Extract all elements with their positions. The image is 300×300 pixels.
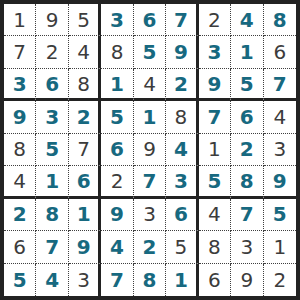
cell-r7c6[interactable]: 6	[166, 199, 198, 231]
cell-r6c9[interactable]: 9	[264, 166, 296, 198]
cell-r9c3[interactable]: 3	[69, 264, 101, 296]
cell-r8c5[interactable]: 2	[134, 231, 166, 263]
cell-r2c4[interactable]: 8	[101, 36, 133, 68]
cell-r6c4[interactable]: 2	[101, 166, 133, 198]
cell-r2c1[interactable]: 7	[4, 36, 36, 68]
cell-r2c6[interactable]: 9	[166, 36, 198, 68]
cell-r9c1[interactable]: 5	[4, 264, 36, 296]
cell-r5c3[interactable]: 7	[69, 134, 101, 166]
cell-r3c8[interactable]: 5	[231, 69, 263, 101]
cell-r2c2[interactable]: 2	[36, 36, 68, 68]
cell-r2c5[interactable]: 5	[134, 36, 166, 68]
cell-r3c9[interactable]: 7	[264, 69, 296, 101]
cell-r5c9[interactable]: 3	[264, 134, 296, 166]
cell-r5c8[interactable]: 2	[231, 134, 263, 166]
cell-r7c5[interactable]: 3	[134, 199, 166, 231]
cell-r1c5[interactable]: 6	[134, 4, 166, 36]
cell-r6c6[interactable]: 3	[166, 166, 198, 198]
cell-r6c2[interactable]: 1	[36, 166, 68, 198]
cell-r7c7[interactable]: 4	[199, 199, 231, 231]
cell-r8c3[interactable]: 9	[69, 231, 101, 263]
cell-r4c6[interactable]: 8	[166, 101, 198, 133]
cell-r6c3[interactable]: 6	[69, 166, 101, 198]
cell-r1c8[interactable]: 4	[231, 4, 263, 36]
cell-r6c5[interactable]: 7	[134, 166, 166, 198]
cell-r4c7[interactable]: 7	[199, 101, 231, 133]
cell-r2c7[interactable]: 3	[199, 36, 231, 68]
cell-r5c2[interactable]: 5	[36, 134, 68, 166]
cell-r3c6[interactable]: 2	[166, 69, 198, 101]
cell-r1c2[interactable]: 9	[36, 4, 68, 36]
cell-r6c7[interactable]: 5	[199, 166, 231, 198]
cell-r9c4[interactable]: 7	[101, 264, 133, 296]
cell-r7c4[interactable]: 9	[101, 199, 133, 231]
cell-r8c7[interactable]: 8	[199, 231, 231, 263]
cell-r7c2[interactable]: 8	[36, 199, 68, 231]
cell-r8c6[interactable]: 5	[166, 231, 198, 263]
cell-r3c7[interactable]: 9	[199, 69, 231, 101]
cell-r4c5[interactable]: 1	[134, 101, 166, 133]
cell-r9c5[interactable]: 8	[134, 264, 166, 296]
cell-r3c3[interactable]: 8	[69, 69, 101, 101]
cell-r3c4[interactable]: 1	[101, 69, 133, 101]
cell-r1c6[interactable]: 7	[166, 4, 198, 36]
cell-r1c9[interactable]: 8	[264, 4, 296, 36]
cell-r2c9[interactable]: 6	[264, 36, 296, 68]
cell-r5c6[interactable]: 4	[166, 134, 198, 166]
cell-r4c2[interactable]: 3	[36, 101, 68, 133]
cell-r1c3[interactable]: 5	[69, 4, 101, 36]
cell-r1c7[interactable]: 2	[199, 4, 231, 36]
cell-r7c9[interactable]: 5	[264, 199, 296, 231]
cell-r6c8[interactable]: 8	[231, 166, 263, 198]
cell-r7c8[interactable]: 7	[231, 199, 263, 231]
cell-r4c3[interactable]: 2	[69, 101, 101, 133]
cell-r4c4[interactable]: 5	[101, 101, 133, 133]
cell-r9c9[interactable]: 2	[264, 264, 296, 296]
cell-r3c1[interactable]: 3	[4, 69, 36, 101]
cell-r4c8[interactable]: 6	[231, 101, 263, 133]
cell-r1c1[interactable]: 1	[4, 4, 36, 36]
cell-r5c5[interactable]: 9	[134, 134, 166, 166]
cell-r8c8[interactable]: 3	[231, 231, 263, 263]
cell-r3c5[interactable]: 4	[134, 69, 166, 101]
sudoku-board: 1953672487248593163681429579325187648576…	[0, 0, 300, 300]
cell-r4c1[interactable]: 9	[4, 101, 36, 133]
cell-r9c7[interactable]: 6	[199, 264, 231, 296]
cell-r8c4[interactable]: 4	[101, 231, 133, 263]
cell-r8c2[interactable]: 7	[36, 231, 68, 263]
cell-r8c9[interactable]: 1	[264, 231, 296, 263]
cell-r5c7[interactable]: 1	[199, 134, 231, 166]
cell-r5c4[interactable]: 6	[101, 134, 133, 166]
cell-r9c6[interactable]: 1	[166, 264, 198, 296]
cell-r2c3[interactable]: 4	[69, 36, 101, 68]
cell-r9c2[interactable]: 4	[36, 264, 68, 296]
cell-r5c1[interactable]: 8	[4, 134, 36, 166]
cell-r6c1[interactable]: 4	[4, 166, 36, 198]
cell-r4c9[interactable]: 4	[264, 101, 296, 133]
cell-r7c1[interactable]: 2	[4, 199, 36, 231]
cell-r9c8[interactable]: 9	[231, 264, 263, 296]
cell-r2c8[interactable]: 1	[231, 36, 263, 68]
cell-r3c2[interactable]: 6	[36, 69, 68, 101]
cell-r7c3[interactable]: 1	[69, 199, 101, 231]
cell-r1c4[interactable]: 3	[101, 4, 133, 36]
cell-r8c1[interactable]: 6	[4, 231, 36, 263]
